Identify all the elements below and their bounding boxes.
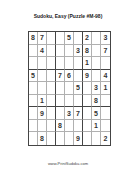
cell-r5c3-empty <box>47 82 56 95</box>
cell-r2c1-empty <box>29 45 38 58</box>
cell-r5c6-given: 5 <box>74 82 83 95</box>
cell-r2c4-empty <box>56 45 65 58</box>
cell-r7c5-given: 3 <box>65 107 74 120</box>
cell-r8c7-empty <box>83 120 92 133</box>
cell-r3c6-empty <box>74 57 83 70</box>
cell-r7c7-empty <box>83 107 92 120</box>
cell-r4c7-given: 9 <box>83 70 92 83</box>
cell-r6c3-empty <box>47 95 56 108</box>
cell-r4c5-given: 6 <box>65 70 74 83</box>
cell-r7c1-empty <box>29 107 38 120</box>
cell-r3c8-empty <box>92 57 101 70</box>
cell-r7c6-given: 7 <box>74 107 83 120</box>
cell-r6c1-empty <box>29 95 38 108</box>
cell-r7c2-given: 9 <box>38 107 47 120</box>
cell-r3c9-empty <box>101 57 110 70</box>
cell-r8c9-empty <box>101 120 110 133</box>
cell-r6c4-empty <box>56 95 65 108</box>
cell-r7c4-empty <box>56 107 65 120</box>
cell-r3c4-empty <box>56 57 65 70</box>
cell-r9c2-given: 8 <box>38 132 47 145</box>
cell-r8c8-given: 1 <box>92 120 101 133</box>
cell-r4c1-given: 5 <box>29 70 38 83</box>
cell-r2c5-empty <box>65 45 74 58</box>
cell-r8c4-given: 8 <box>56 120 65 133</box>
cell-r1c1-given: 8 <box>29 32 38 45</box>
cell-r3c3-empty <box>47 57 56 70</box>
cell-r2c9-given: 7 <box>101 45 110 58</box>
cell-r2c3-empty <box>47 45 56 58</box>
cell-r4c2-empty <box>38 70 47 83</box>
cell-r6c2-given: 1 <box>38 95 47 108</box>
cell-r6c7-empty <box>83 95 92 108</box>
cell-r5c9-given: 1 <box>101 82 110 95</box>
cell-r4c6-empty <box>74 70 83 83</box>
cell-r2c2-given: 4 <box>38 45 47 58</box>
cell-r1c8-empty <box>92 32 101 45</box>
cell-r9c7-empty <box>83 132 92 145</box>
cell-r5c4-empty <box>56 82 65 95</box>
cell-r4c3-empty <box>47 70 56 83</box>
cell-r6c6-empty <box>74 95 83 108</box>
cell-r9c6-given: 9 <box>74 132 83 145</box>
page-title: Sudoku, Easy (Puzzle #M-98) <box>0 13 136 19</box>
cell-r8c6-empty <box>74 120 83 133</box>
cell-r1c6-empty <box>74 32 83 45</box>
cell-r8c2-empty <box>38 120 47 133</box>
cell-r7c8-given: 5 <box>92 107 101 120</box>
cell-r8c1-empty <box>29 120 38 133</box>
cell-r9c5-empty <box>65 132 74 145</box>
cell-r5c7-empty <box>83 82 92 95</box>
cell-r5c8-given: 3 <box>92 82 101 95</box>
cell-r5c2-empty <box>38 82 47 95</box>
cell-r9c3-empty <box>47 132 56 145</box>
cell-r1c2-given: 7 <box>38 32 47 45</box>
cell-r3c1-empty <box>29 57 38 70</box>
cell-r8c3-empty <box>47 120 56 133</box>
cell-r7c9-empty <box>101 107 110 120</box>
cell-r6c9-empty <box>101 95 110 108</box>
cell-r3c5-empty <box>65 57 74 70</box>
sudoku-page: Sudoku, Easy (Puzzle #M-98) 875234387157… <box>0 0 136 176</box>
cell-r4c9-given: 4 <box>101 70 110 83</box>
cell-r5c1-empty <box>29 82 38 95</box>
cell-r6c8-given: 8 <box>92 95 101 108</box>
footer-url: www.PrintSudoku.com <box>0 161 136 166</box>
cell-r5c5-empty <box>65 82 74 95</box>
cell-r9c8-empty <box>92 132 101 145</box>
cell-r9c1-empty <box>29 132 38 145</box>
cell-r1c9-given: 3 <box>101 32 110 45</box>
cell-r6c5-empty <box>65 95 74 108</box>
cell-r2c6-given: 3 <box>74 45 83 58</box>
cell-r1c7-given: 2 <box>83 32 92 45</box>
cell-r7c3-empty <box>47 107 56 120</box>
cell-r1c5-given: 5 <box>65 32 74 45</box>
cell-r4c4-given: 7 <box>56 70 65 83</box>
cell-r3c7-given: 1 <box>83 57 92 70</box>
cell-r1c3-empty <box>47 32 56 45</box>
cell-r8c5-empty <box>65 120 74 133</box>
cell-r4c8-empty <box>92 70 101 83</box>
cell-r1c4-empty <box>56 32 65 45</box>
cell-r2c7-given: 8 <box>83 45 92 58</box>
cell-r9c4-empty <box>56 132 65 145</box>
cell-r9c9-given: 2 <box>101 132 110 145</box>
cell-r3c2-empty <box>38 57 47 70</box>
sudoku-grid: 87523438715769453118937581892 <box>28 31 111 146</box>
cell-r2c8-empty <box>92 45 101 58</box>
